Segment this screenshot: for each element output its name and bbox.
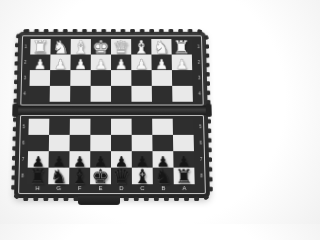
- square-h5: [28, 119, 49, 135]
- square-f4: [70, 86, 91, 102]
- hinge-knuckle-right: [206, 104, 212, 117]
- file-label-e: E: [90, 184, 111, 193]
- file-label-f: F: [69, 184, 90, 193]
- square-b1: ♞: [151, 39, 171, 54]
- square-g6: [49, 135, 70, 151]
- square-b2: ♟: [151, 55, 171, 71]
- square-g8: ♞: [48, 168, 69, 185]
- square-g1: ♞: [50, 39, 70, 54]
- square-h6: [28, 135, 49, 151]
- square-h8: ♜: [27, 168, 48, 185]
- board-top-half: ♜♞♝♚♛♝♞♜♟♟♟♟♟♟♟♟ 11223344: [20, 35, 203, 105]
- file-label-g: G: [48, 184, 69, 193]
- rank-label-right-2: 2: [196, 60, 201, 64]
- rank-label-right-6: 6: [198, 140, 203, 145]
- square-h4: [29, 86, 50, 102]
- square-e3: [91, 70, 111, 86]
- board-grid-bottom: ♟♟♟♟♟♟♟♟♜♞♝♚♛♝♞♜: [27, 119, 194, 185]
- square-e6: [90, 135, 111, 151]
- square-d2: ♟: [111, 55, 131, 71]
- rank-label-left-8: 8: [20, 173, 25, 178]
- square-e8: ♚: [90, 168, 111, 185]
- square-e1: ♚: [91, 39, 111, 54]
- clasp-tab: [78, 196, 120, 205]
- rank-label-left-7: 7: [20, 157, 25, 162]
- square-d6: [111, 135, 132, 151]
- square-d8: ♛: [111, 168, 132, 185]
- square-a6: [173, 135, 194, 151]
- square-g3: [50, 70, 71, 86]
- square-a4: [172, 86, 193, 102]
- square-d4: [111, 86, 131, 102]
- square-e4: [91, 86, 111, 102]
- square-h2: ♟: [30, 55, 51, 71]
- rank-label-right-7: 7: [199, 157, 204, 162]
- square-e2: ♟: [91, 55, 111, 71]
- square-c3: [131, 70, 151, 86]
- square-h3: [30, 70, 51, 86]
- square-b6: [152, 135, 173, 151]
- rank-label-right-4: 4: [197, 91, 202, 95]
- square-a5: [173, 119, 194, 135]
- square-c2: ♟: [131, 55, 151, 71]
- file-label-b: B: [153, 184, 174, 193]
- square-f6: [70, 135, 91, 151]
- square-c5: [132, 119, 153, 135]
- square-c4: [131, 86, 152, 102]
- square-b3: [152, 70, 173, 86]
- square-b4: [152, 86, 173, 102]
- square-g5: [49, 119, 70, 135]
- square-c1: ♝: [131, 39, 151, 54]
- square-f2: ♟: [70, 55, 90, 71]
- square-h1: ♜: [30, 39, 50, 54]
- rank-label-right-3: 3: [197, 75, 202, 79]
- square-d3: [111, 70, 131, 86]
- square-a2: ♟: [172, 55, 193, 71]
- square-a8: ♜: [174, 168, 195, 185]
- file-label-d: D: [111, 184, 132, 193]
- rank-label-left-3: 3: [22, 75, 27, 79]
- square-g2: ♟: [50, 55, 70, 71]
- square-f8: ♝: [69, 168, 90, 185]
- rank-label-left-4: 4: [22, 91, 27, 95]
- file-label-c: C: [132, 184, 153, 193]
- rank-label-left-1: 1: [23, 44, 28, 48]
- board-grid-top: ♜♞♝♚♛♝♞♜♟♟♟♟♟♟♟♟: [29, 39, 193, 102]
- hinge-knuckle-left: [12, 104, 18, 117]
- square-e5: [90, 119, 111, 135]
- square-b5: [152, 119, 173, 135]
- file-label-a: A: [174, 184, 195, 193]
- file-label-h: H: [27, 184, 48, 193]
- square-d1: ♛: [111, 39, 131, 54]
- square-b8: ♞: [153, 168, 174, 185]
- fold-hinge: [14, 105, 210, 114]
- rank-label-left-2: 2: [23, 60, 28, 64]
- rank-label-right-1: 1: [196, 44, 201, 48]
- square-c8: ♝: [132, 168, 153, 185]
- square-c6: [132, 135, 153, 151]
- square-d5: [111, 119, 132, 135]
- chess-set: ♜♞♝♚♛♝♞♜♟♟♟♟♟♟♟♟ 11223344 ♟♟♟♟♟♟♟♟♜♞♝♚♛♝…: [14, 32, 210, 198]
- square-a3: [172, 70, 193, 86]
- rank-label-right-8: 8: [199, 173, 204, 178]
- rank-label-left-5: 5: [21, 124, 26, 129]
- rank-label-left-6: 6: [21, 140, 26, 145]
- rank-label-right-5: 5: [198, 124, 203, 129]
- square-g4: [50, 86, 71, 102]
- square-f5: [70, 119, 91, 135]
- square-a1: ♜: [171, 39, 191, 54]
- square-f1: ♝: [71, 39, 91, 54]
- file-labels: HGFEDCBA: [27, 184, 195, 193]
- square-f3: [70, 70, 90, 86]
- board-bottom-half: ♟♟♟♟♟♟♟♟♜♞♝♚♛♝♞♜ HGFEDCBA 55667788: [18, 115, 206, 194]
